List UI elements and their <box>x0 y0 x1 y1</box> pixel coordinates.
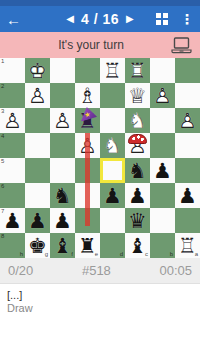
white-rook-piece: ♖ <box>125 58 150 83</box>
puzzle-number: #518 <box>33 263 159 278</box>
white-king-piece: ♔ <box>25 58 50 83</box>
turn-banner-text: It's your turn <box>58 38 124 52</box>
black-bishop-piece: ♝ <box>125 233 150 258</box>
square-e2[interactable]: ♝♗ <box>75 83 100 108</box>
square-f2[interactable] <box>50 83 75 108</box>
square-h8[interactable]: 8h <box>0 233 25 258</box>
white-knight-piece: ♘ <box>100 133 125 158</box>
square-g3[interactable] <box>25 108 50 133</box>
prev-puzzle-icon[interactable]: ◀ <box>66 14 74 24</box>
moves-panel: [...] Draw <box>0 284 200 320</box>
square-b2[interactable]: ♟♙ <box>150 83 175 108</box>
square-a4[interactable] <box>175 133 200 158</box>
square-b5[interactable]: ♟ <box>150 158 175 183</box>
puzzle-counter: 4 / 16 <box>81 11 119 27</box>
black-pawn-piece: ♟ <box>125 183 150 208</box>
black-pawn-piece: ♟ <box>175 183 200 208</box>
square-g5[interactable] <box>25 158 50 183</box>
white-rook-piece: ♖ <box>100 58 125 83</box>
square-c5[interactable]: ♞ <box>125 158 150 183</box>
square-g1[interactable]: ♚♔ <box>25 58 50 83</box>
square-h2[interactable]: 2 <box>0 83 25 108</box>
square-h5[interactable]: 5 <box>0 158 25 183</box>
rank-label: 6 <box>1 183 4 190</box>
black-pawn-piece: ♟ <box>150 158 175 183</box>
square-d7[interactable] <box>100 208 125 233</box>
rank-label: 2 <box>1 83 4 90</box>
move-arrow <box>85 126 90 226</box>
app-window: ← ◀ 4 / 16 ▶ ⋮ It's your turn 1♚♔♜♖♜♖2♟♙… <box>0 0 200 341</box>
black-pawn-piece: ♟ <box>50 208 75 233</box>
square-c4[interactable]: ♟♙ <box>125 133 150 158</box>
square-h6[interactable]: 6 <box>0 183 25 208</box>
square-c8[interactable]: c♝ <box>125 233 150 258</box>
square-g4[interactable] <box>25 133 50 158</box>
result-text: Draw <box>7 302 193 315</box>
square-b6[interactable] <box>150 183 175 208</box>
square-f6[interactable]: ♞ <box>50 183 75 208</box>
square-d8[interactable]: d <box>100 233 125 258</box>
rank-label: 5 <box>1 158 4 165</box>
square-a5[interactable] <box>175 158 200 183</box>
square-d6[interactable]: ♟ <box>100 183 125 208</box>
puzzle-list-grid-icon[interactable] <box>156 13 168 25</box>
white-pawn-piece: ♙ <box>50 108 75 133</box>
white-pawn-piece: ♙ <box>25 83 50 108</box>
square-h7[interactable]: 7♟ <box>0 208 25 233</box>
square-a7[interactable] <box>175 208 200 233</box>
square-b1[interactable] <box>150 58 175 83</box>
square-c2[interactable]: ♛♕ <box>125 83 150 108</box>
square-a1[interactable] <box>175 58 200 83</box>
square-f5[interactable] <box>50 158 75 183</box>
square-f1[interactable] <box>50 58 75 83</box>
square-f4[interactable] <box>50 133 75 158</box>
back-icon[interactable]: ← <box>6 11 30 28</box>
top-app-bar: ← ◀ 4 / 16 ▶ ⋮ <box>0 6 200 32</box>
square-c3[interactable]: ♞♘ <box>125 108 150 133</box>
square-f8[interactable]: f♝ <box>50 233 75 258</box>
turn-banner: It's your turn <box>0 32 200 58</box>
file-label: h <box>20 251 23 258</box>
square-d4[interactable]: ♞♘ <box>100 133 125 158</box>
black-queen-piece: ♛ <box>125 208 150 233</box>
rank-label: 8 <box>1 233 4 240</box>
square-b7[interactable] <box>150 208 175 233</box>
square-g7[interactable]: ♟ <box>25 208 50 233</box>
square-h3[interactable]: 3♟♙ <box>0 108 25 133</box>
moves-ellipsis[interactable]: [...] <box>7 289 193 302</box>
overflow-menu-icon[interactable]: ⋮ <box>180 12 194 26</box>
black-rook-piece: ♜ <box>75 233 100 258</box>
square-h4[interactable]: 4 <box>0 133 25 158</box>
file-label: d <box>120 251 123 258</box>
white-bishop-piece: ♗ <box>75 83 100 108</box>
black-pawn-piece: ♟ <box>100 183 125 208</box>
square-g6[interactable] <box>25 183 50 208</box>
square-c7[interactable]: ♛ <box>125 208 150 233</box>
square-a3[interactable]: ♟♙ <box>175 108 200 133</box>
square-g8[interactable]: g♚ <box>25 233 50 258</box>
white-rook-piece: ♖ <box>175 233 200 258</box>
mushroom-cap-marker <box>128 134 147 144</box>
square-f7[interactable]: ♟ <box>50 208 75 233</box>
square-e8[interactable]: e♜ <box>75 233 100 258</box>
square-e1[interactable] <box>75 58 100 83</box>
square-d2[interactable] <box>100 83 125 108</box>
square-d5[interactable] <box>100 158 125 183</box>
white-pawn-piece: ♙ <box>175 108 200 133</box>
score-counter: 0/20 <box>8 263 33 278</box>
white-pawn-piece: ♙ <box>150 83 175 108</box>
square-d3[interactable] <box>100 108 125 133</box>
white-knight-piece: ♘ <box>125 108 150 133</box>
next-puzzle-icon[interactable]: ▶ <box>126 14 134 24</box>
square-a6[interactable]: ♟ <box>175 183 200 208</box>
black-knight-piece: ♞ <box>50 183 75 208</box>
white-pawn-piece: ♙ <box>0 108 25 133</box>
black-pawn-piece: ♟ <box>25 208 50 233</box>
square-a8[interactable]: a♜♖ <box>175 233 200 258</box>
black-bishop-piece: ♝ <box>50 233 75 258</box>
black-king-piece: ♚ <box>25 233 50 258</box>
black-knight-piece: ♞ <box>125 158 150 183</box>
square-g2[interactable]: ♟♙ <box>25 83 50 108</box>
square-f3[interactable]: ♟♙ <box>50 108 75 133</box>
square-b8[interactable]: b <box>150 233 175 258</box>
square-b4[interactable] <box>150 133 175 158</box>
rank-label: 4 <box>1 133 4 140</box>
chess-board: 1♚♔♜♖♜♖2♟♙♝♗♛♕♟♙3♟♙♟♙♜★♞♘♟♙4♟♙♞♘♟♙5♞♟6♞♟… <box>0 58 200 258</box>
square-d1[interactable]: ♜♖ <box>100 58 125 83</box>
square-e3[interactable]: ♜★ <box>75 108 100 133</box>
square-a2[interactable] <box>175 83 200 108</box>
timer: 00:05 <box>159 263 192 278</box>
black-pawn-piece: ♟ <box>0 208 25 233</box>
square-c6[interactable]: ♟ <box>125 183 150 208</box>
white-queen-piece: ♕ <box>125 83 150 108</box>
square-c1[interactable]: ♜♖ <box>125 58 150 83</box>
square-h1[interactable]: 1 <box>0 58 25 83</box>
file-label: b <box>170 251 173 258</box>
square-b3[interactable] <box>150 108 175 133</box>
computer-opponent-icon <box>170 37 194 54</box>
status-bar: 0/20 #518 00:05 <box>0 258 200 284</box>
rank-label: 1 <box>1 58 4 65</box>
